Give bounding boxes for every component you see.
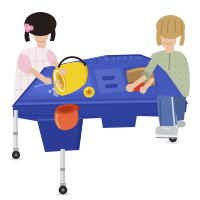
sneaker-sole-edge <box>156 138 177 139</box>
table-step-right <box>101 115 137 128</box>
sneaker-laces <box>162 128 170 129</box>
girl-left-hand <box>59 68 66 75</box>
jeans-seam-shade <box>160 98 161 126</box>
scene <box>0 0 200 200</box>
boy-sneaker-back <box>176 121 186 128</box>
product-photo <box>0 0 200 200</box>
bucket-handle-mount <box>84 63 86 65</box>
yellow-funnel-toy <box>83 86 94 97</box>
sneaker-sole <box>156 136 177 137</box>
boy-left-hand <box>140 87 147 94</box>
bucket-handle-mount <box>58 65 60 67</box>
boy-right-hand <box>126 84 134 92</box>
girl-right-hand <box>44 77 51 84</box>
